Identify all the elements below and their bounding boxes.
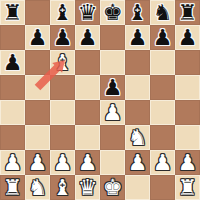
square-b5[interactable] xyxy=(25,75,50,100)
board-grid: ♜♝♛♚♝♞♜♟♟♟♟♟♟♟♝♟♟♞♟♟♟♟♟♟♟♜♞♝♛♚♜ xyxy=(0,0,200,200)
square-d1[interactable]: ♛ xyxy=(75,175,100,200)
square-f7[interactable]: ♟ xyxy=(125,25,150,50)
square-c2[interactable]: ♟ xyxy=(50,150,75,175)
black-pawn[interactable]: ♟ xyxy=(100,75,125,100)
square-b6[interactable] xyxy=(25,50,50,75)
white-pawn[interactable]: ♟ xyxy=(75,150,100,175)
black-bishop[interactable]: ♝ xyxy=(125,0,150,25)
square-h2[interactable]: ♟ xyxy=(175,150,200,175)
square-e7[interactable] xyxy=(100,25,125,50)
black-pawn[interactable]: ♟ xyxy=(75,25,100,50)
square-a8[interactable]: ♜ xyxy=(0,0,25,25)
square-a7[interactable] xyxy=(0,25,25,50)
square-a6[interactable]: ♟ xyxy=(0,50,25,75)
square-d4[interactable] xyxy=(75,100,100,125)
square-e4[interactable]: ♟ xyxy=(100,100,125,125)
white-rook[interactable]: ♜ xyxy=(0,175,25,200)
square-g3[interactable] xyxy=(150,125,175,150)
square-g8[interactable]: ♞ xyxy=(150,0,175,25)
square-b1[interactable]: ♞ xyxy=(25,175,50,200)
square-g1[interactable] xyxy=(150,175,175,200)
square-h5[interactable] xyxy=(175,75,200,100)
square-b8[interactable] xyxy=(25,0,50,25)
square-h7[interactable]: ♟ xyxy=(175,25,200,50)
square-c3[interactable] xyxy=(50,125,75,150)
white-knight[interactable]: ♞ xyxy=(25,175,50,200)
square-f4[interactable] xyxy=(125,100,150,125)
square-c8[interactable]: ♝ xyxy=(50,0,75,25)
black-pawn[interactable]: ♟ xyxy=(125,25,150,50)
square-g6[interactable] xyxy=(150,50,175,75)
white-pawn[interactable]: ♟ xyxy=(175,150,200,175)
black-rook[interactable]: ♜ xyxy=(0,0,25,25)
square-f3[interactable]: ♞ xyxy=(125,125,150,150)
black-king[interactable]: ♚ xyxy=(100,0,125,25)
square-e3[interactable] xyxy=(100,125,125,150)
white-pawn[interactable]: ♟ xyxy=(0,150,25,175)
square-d6[interactable] xyxy=(75,50,100,75)
square-f1[interactable] xyxy=(125,175,150,200)
square-d8[interactable]: ♛ xyxy=(75,0,100,25)
square-b3[interactable] xyxy=(25,125,50,150)
square-h4[interactable] xyxy=(175,100,200,125)
white-pawn[interactable]: ♟ xyxy=(50,150,75,175)
square-g5[interactable] xyxy=(150,75,175,100)
square-e6[interactable] xyxy=(100,50,125,75)
white-rook[interactable]: ♜ xyxy=(175,175,200,200)
square-f2[interactable]: ♟ xyxy=(125,150,150,175)
square-e5[interactable]: ♟ xyxy=(100,75,125,100)
white-pawn[interactable]: ♟ xyxy=(125,150,150,175)
square-g7[interactable]: ♟ xyxy=(150,25,175,50)
square-a2[interactable]: ♟ xyxy=(0,150,25,175)
white-bishop[interactable]: ♝ xyxy=(50,175,75,200)
black-pawn[interactable]: ♟ xyxy=(150,25,175,50)
square-b4[interactable] xyxy=(25,100,50,125)
white-pawn[interactable]: ♟ xyxy=(100,100,125,125)
square-a3[interactable] xyxy=(0,125,25,150)
black-pawn[interactable]: ♟ xyxy=(175,25,200,50)
white-queen[interactable]: ♛ xyxy=(75,175,100,200)
square-f6[interactable] xyxy=(125,50,150,75)
square-a1[interactable]: ♜ xyxy=(0,175,25,200)
square-c5[interactable] xyxy=(50,75,75,100)
white-pawn[interactable]: ♟ xyxy=(150,150,175,175)
white-king[interactable]: ♚ xyxy=(100,175,125,200)
square-c1[interactable]: ♝ xyxy=(50,175,75,200)
square-c4[interactable] xyxy=(50,100,75,125)
chess-board: ♜♝♛♚♝♞♜♟♟♟♟♟♟♟♝♟♟♞♟♟♟♟♟♟♟♜♞♝♛♚♜ xyxy=(0,0,200,200)
black-rook[interactable]: ♜ xyxy=(175,0,200,25)
square-d5[interactable] xyxy=(75,75,100,100)
square-h1[interactable]: ♜ xyxy=(175,175,200,200)
black-pawn[interactable]: ♟ xyxy=(50,25,75,50)
square-c6[interactable]: ♝ xyxy=(50,50,75,75)
square-h8[interactable]: ♜ xyxy=(175,0,200,25)
black-bishop[interactable]: ♝ xyxy=(50,0,75,25)
square-a5[interactable] xyxy=(0,75,25,100)
white-pawn[interactable]: ♟ xyxy=(25,150,50,175)
white-knight[interactable]: ♞ xyxy=(125,125,150,150)
square-c7[interactable]: ♟ xyxy=(50,25,75,50)
square-a4[interactable] xyxy=(0,100,25,125)
square-h6[interactable] xyxy=(175,50,200,75)
square-b7[interactable]: ♟ xyxy=(25,25,50,50)
black-pawn[interactable]: ♟ xyxy=(0,50,25,75)
square-d3[interactable] xyxy=(75,125,100,150)
square-g4[interactable] xyxy=(150,100,175,125)
square-d7[interactable]: ♟ xyxy=(75,25,100,50)
square-g2[interactable]: ♟ xyxy=(150,150,175,175)
black-pawn[interactable]: ♟ xyxy=(25,25,50,50)
square-h3[interactable] xyxy=(175,125,200,150)
black-knight[interactable]: ♞ xyxy=(150,0,175,25)
square-d2[interactable]: ♟ xyxy=(75,150,100,175)
white-bishop[interactable]: ♝ xyxy=(50,50,75,75)
square-e2[interactable] xyxy=(100,150,125,175)
square-e1[interactable]: ♚ xyxy=(100,175,125,200)
square-f5[interactable] xyxy=(125,75,150,100)
square-e8[interactable]: ♚ xyxy=(100,0,125,25)
square-f8[interactable]: ♝ xyxy=(125,0,150,25)
black-queen[interactable]: ♛ xyxy=(75,0,100,25)
square-b2[interactable]: ♟ xyxy=(25,150,50,175)
